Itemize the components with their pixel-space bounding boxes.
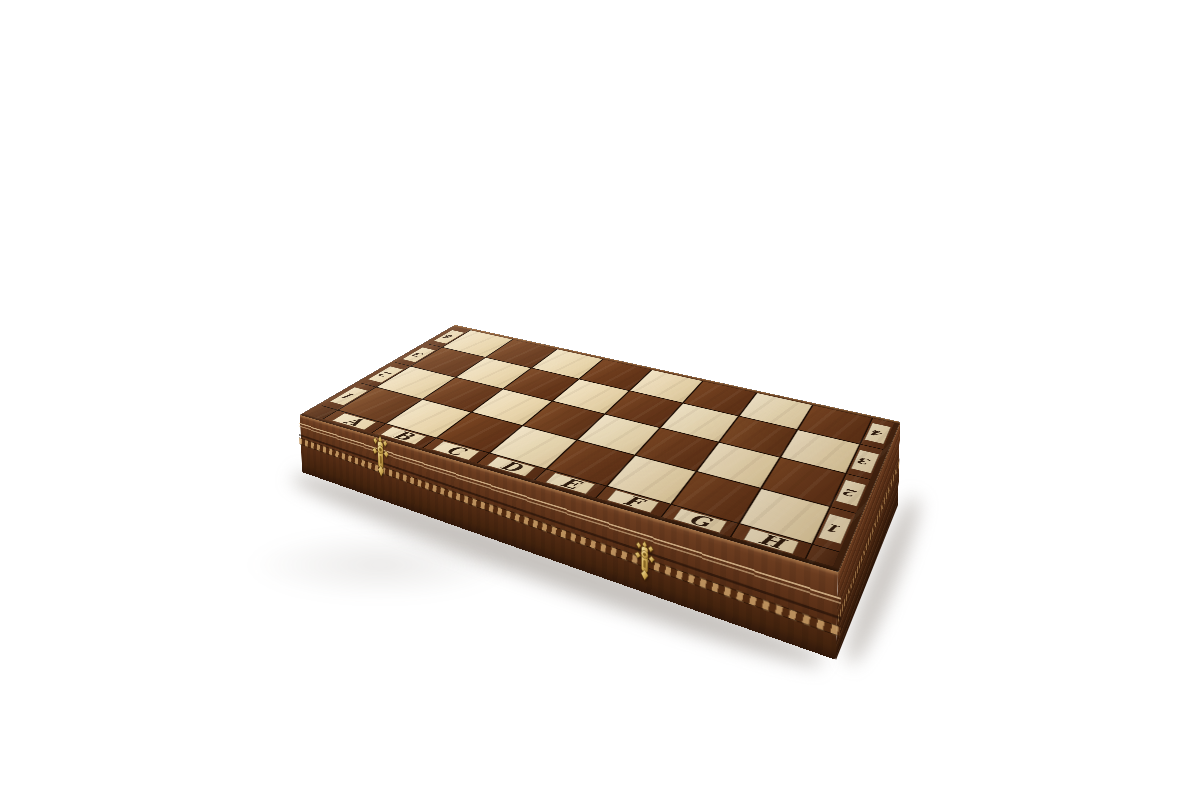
chess-box-photo: 4 3 2 1 4 3 2 1 A B C D E F G H [0, 0, 1200, 800]
rank-label: 4 [864, 423, 891, 444]
